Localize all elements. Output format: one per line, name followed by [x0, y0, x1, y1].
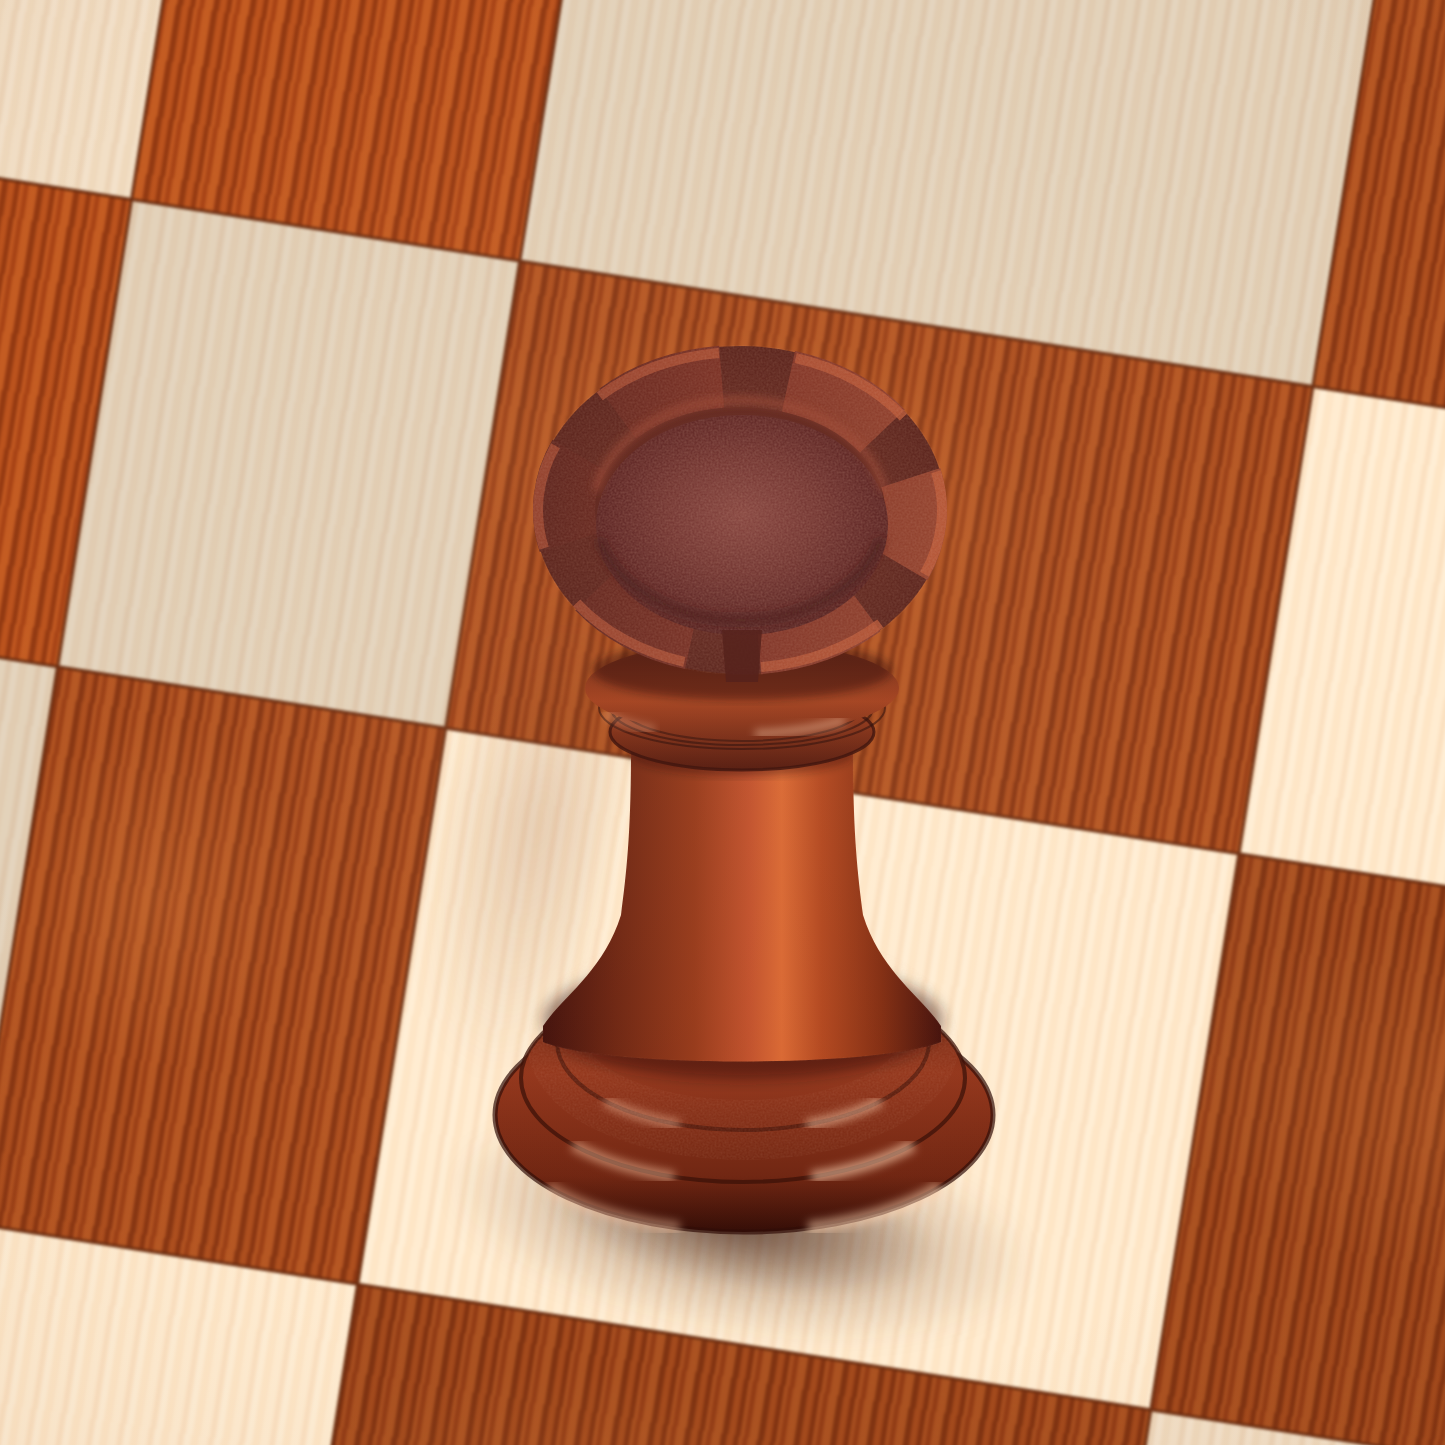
rook-piece[interactable]: ♜	[455, 330, 1025, 1260]
photo-scene: ♜	[0, 0, 1445, 1445]
board-square	[59, 201, 518, 726]
rook-turret	[534, 346, 946, 682]
rook-body	[543, 732, 943, 1080]
rook-illustration	[455, 330, 1025, 1260]
rook-front-notch	[722, 630, 762, 682]
